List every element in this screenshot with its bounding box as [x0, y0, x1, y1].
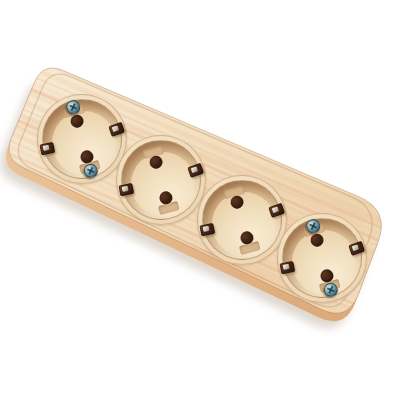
clip-glint — [122, 186, 129, 192]
socket-4-ground-clip-right — [348, 241, 365, 256]
clip-glint — [203, 226, 210, 232]
clip-glint — [43, 145, 50, 151]
socket-1-ground-clip-left — [39, 142, 55, 156]
socket-4 — [277, 213, 367, 303]
socket-2-pin-hole-top — [148, 154, 164, 170]
socket-1-pin-hole-top — [69, 113, 85, 129]
socket-4-ground-clip-left — [279, 261, 295, 275]
socket-3-ground-clip-left — [199, 223, 215, 237]
socket-3-pin-hole-top — [229, 194, 245, 210]
clip-glint — [352, 244, 359, 251]
clip-glint — [283, 264, 290, 270]
clip-glint — [112, 125, 119, 132]
socket-4-pin-hole-top — [309, 232, 325, 248]
socket-2-ground-clip-left — [118, 183, 134, 197]
product-photo-canvas — [0, 0, 400, 400]
clip-glint — [191, 166, 198, 173]
socket-4-mechanism — [267, 203, 378, 314]
